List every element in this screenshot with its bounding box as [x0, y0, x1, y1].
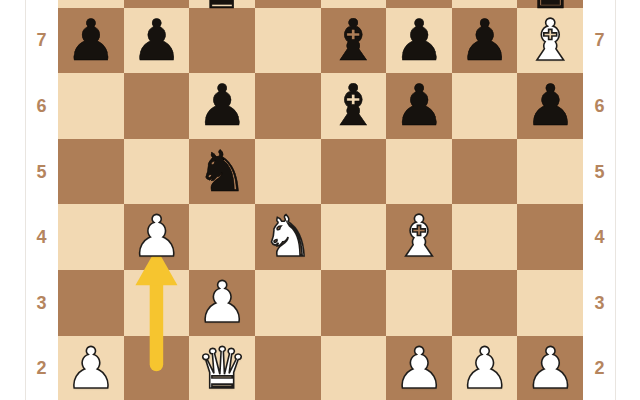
square-d7[interactable] — [255, 8, 321, 74]
square-f5[interactable] — [386, 139, 452, 205]
piece-black-queen-c8-partial[interactable]: ♛ — [189, 0, 255, 22]
piece-white-bishop-h7[interactable]: ♝ — [517, 8, 583, 74]
square-b5[interactable] — [124, 139, 190, 205]
piece-white-knight-d4[interactable]: ♞ — [255, 204, 321, 270]
chess-app-page: 765432 ♛♚♟♟♝♟♟♝♟♝♟♟♞♟♞♝♟♟♛♟♟♟ 765432 — [0, 0, 640, 400]
rank-label-3-left: 3 — [25, 292, 58, 314]
piece-white-pawn-h2[interactable]: ♟ — [517, 336, 583, 400]
piece-black-pawn-f7[interactable]: ♟ — [386, 8, 452, 74]
chess-board: ♛♚♟♟♝♟♟♝♟♝♟♟♞♟♞♝♟♟♛♟♟♟ — [58, 0, 583, 400]
left-rank-labels-gutter: 765432 — [25, 0, 58, 400]
square-g6[interactable] — [452, 73, 518, 139]
piece-white-pawn-b4[interactable]: ♟ — [124, 204, 190, 270]
square-a5[interactable] — [58, 139, 124, 205]
square-a4[interactable] — [58, 204, 124, 270]
square-d2[interactable] — [255, 336, 321, 400]
square-d8[interactable] — [255, 0, 321, 8]
rank-label-6-left: 6 — [25, 95, 58, 117]
piece-black-knight-c5[interactable]: ♞ — [189, 139, 255, 205]
square-b3[interactable] — [124, 270, 190, 336]
rank-label-5-left: 5 — [25, 161, 58, 183]
square-c4[interactable] — [189, 204, 255, 270]
rank-label-7-right: 7 — [583, 29, 616, 51]
piece-black-pawn-a7[interactable]: ♟ — [58, 8, 124, 74]
rank-label-5-right: 5 — [583, 161, 616, 183]
rank-label-2-right: 2 — [583, 357, 616, 379]
square-h4[interactable] — [517, 204, 583, 270]
rank-label-2-left: 2 — [25, 357, 58, 379]
piece-black-pawn-f6[interactable]: ♟ — [386, 73, 452, 139]
piece-black-pawn-h6[interactable]: ♟ — [517, 73, 583, 139]
square-d3[interactable] — [255, 270, 321, 336]
piece-black-pawn-c6[interactable]: ♟ — [189, 73, 255, 139]
square-f3[interactable] — [386, 270, 452, 336]
square-d5[interactable] — [255, 139, 321, 205]
right-rank-labels-gutter: 765432 — [583, 0, 616, 400]
square-g3[interactable] — [452, 270, 518, 336]
square-d6[interactable] — [255, 73, 321, 139]
square-e2[interactable] — [321, 336, 387, 400]
square-e5[interactable] — [321, 139, 387, 205]
rank-label-3-right: 3 — [583, 292, 616, 314]
rank-label-4-left: 4 — [25, 226, 58, 248]
left-edge-line — [25, 0, 26, 400]
piece-white-pawn-c3[interactable]: ♟ — [189, 270, 255, 336]
square-a3[interactable] — [58, 270, 124, 336]
piece-black-pawn-g7[interactable]: ♟ — [452, 8, 518, 74]
square-e4[interactable] — [321, 204, 387, 270]
square-h5[interactable] — [517, 139, 583, 205]
square-e3[interactable] — [321, 270, 387, 336]
piece-black-bishop-e7[interactable]: ♝ — [321, 8, 387, 74]
right-edge-line — [615, 0, 616, 400]
rank-label-4-right: 4 — [583, 226, 616, 248]
square-a6[interactable] — [58, 73, 124, 139]
square-g4[interactable] — [452, 204, 518, 270]
piece-white-bishop-f4[interactable]: ♝ — [386, 204, 452, 270]
square-g5[interactable] — [452, 139, 518, 205]
square-b2[interactable] — [124, 336, 190, 400]
square-b6[interactable] — [124, 73, 190, 139]
piece-white-pawn-g2[interactable]: ♟ — [452, 336, 518, 400]
piece-white-pawn-a2[interactable]: ♟ — [58, 336, 124, 400]
rank-label-6-right: 6 — [583, 95, 616, 117]
piece-white-pawn-f2[interactable]: ♟ — [386, 336, 452, 400]
rank-label-7-left: 7 — [25, 29, 58, 51]
piece-black-bishop-e6[interactable]: ♝ — [321, 73, 387, 139]
piece-black-pawn-b7[interactable]: ♟ — [124, 8, 190, 74]
piece-white-queen-c2[interactable]: ♛ — [189, 336, 255, 400]
square-h3[interactable] — [517, 270, 583, 336]
